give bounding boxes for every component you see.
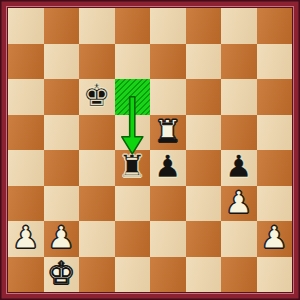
square-e8[interactable] (150, 8, 186, 44)
square-e2[interactable] (150, 221, 186, 257)
square-d7[interactable] (115, 44, 151, 80)
black-pawn-e4[interactable]: ♟ (154, 149, 182, 185)
white-pawn-g3[interactable]: ♟ (225, 185, 253, 221)
square-e3[interactable] (150, 186, 186, 222)
square-b8[interactable] (44, 8, 80, 44)
board-frame: ♚♜♜♟♟♟♟♟♟♚ (0, 0, 300, 300)
black-pawn-g4[interactable]: ♟ (225, 149, 253, 185)
square-b5[interactable] (44, 115, 80, 151)
square-c3[interactable] (79, 186, 115, 222)
square-d5[interactable] (115, 115, 151, 151)
square-f2[interactable] (186, 221, 222, 257)
square-g7[interactable] (221, 44, 257, 80)
square-g4[interactable]: ♟ (221, 150, 257, 186)
square-h4[interactable] (257, 150, 293, 186)
square-g8[interactable] (221, 8, 257, 44)
board: ♚♜♜♟♟♟♟♟♟♚ (8, 8, 292, 292)
square-a7[interactable] (8, 44, 44, 80)
square-b7[interactable] (44, 44, 80, 80)
square-d8[interactable] (115, 8, 151, 44)
square-h8[interactable] (257, 8, 293, 44)
square-f6[interactable] (186, 79, 222, 115)
square-f8[interactable] (186, 8, 222, 44)
square-g3[interactable]: ♟ (221, 186, 257, 222)
black-king-c6[interactable]: ♚ (83, 78, 111, 114)
square-f7[interactable] (186, 44, 222, 80)
square-g2[interactable] (221, 221, 257, 257)
square-e1[interactable] (150, 257, 186, 293)
square-c1[interactable] (79, 257, 115, 293)
square-b3[interactable] (44, 186, 80, 222)
square-e6[interactable] (150, 79, 186, 115)
white-pawn-b2[interactable]: ♟ (47, 220, 75, 256)
white-rook-e5[interactable]: ♜ (154, 114, 182, 150)
square-f4[interactable] (186, 150, 222, 186)
square-a5[interactable] (8, 115, 44, 151)
square-d3[interactable] (115, 186, 151, 222)
square-c8[interactable] (79, 8, 115, 44)
square-g6[interactable] (221, 79, 257, 115)
square-d6[interactable] (115, 79, 151, 115)
square-f3[interactable] (186, 186, 222, 222)
square-f1[interactable] (186, 257, 222, 293)
square-a1[interactable] (8, 257, 44, 293)
square-d4[interactable]: ♜ (115, 150, 151, 186)
square-e7[interactable] (150, 44, 186, 80)
black-rook-d4[interactable]: ♜ (118, 149, 146, 185)
square-b4[interactable] (44, 150, 80, 186)
square-d1[interactable] (115, 257, 151, 293)
square-a3[interactable] (8, 186, 44, 222)
white-king-b1[interactable]: ♚ (47, 256, 75, 292)
square-a4[interactable] (8, 150, 44, 186)
square-h1[interactable] (257, 257, 293, 293)
square-h2[interactable]: ♟ (257, 221, 293, 257)
square-h7[interactable] (257, 44, 293, 80)
square-c5[interactable] (79, 115, 115, 151)
square-g5[interactable] (221, 115, 257, 151)
square-a2[interactable]: ♟ (8, 221, 44, 257)
square-b1[interactable]: ♚ (44, 257, 80, 293)
white-pawn-a2[interactable]: ♟ (12, 220, 40, 256)
square-b2[interactable]: ♟ (44, 221, 80, 257)
square-a6[interactable] (8, 79, 44, 115)
square-g1[interactable] (221, 257, 257, 293)
square-h5[interactable] (257, 115, 293, 151)
square-c6[interactable]: ♚ (79, 79, 115, 115)
square-c4[interactable] (79, 150, 115, 186)
square-e5[interactable]: ♜ (150, 115, 186, 151)
square-f5[interactable] (186, 115, 222, 151)
square-e4[interactable]: ♟ (150, 150, 186, 186)
square-a8[interactable] (8, 8, 44, 44)
square-b6[interactable] (44, 79, 80, 115)
square-c2[interactable] (79, 221, 115, 257)
white-pawn-h2[interactable]: ♟ (260, 220, 288, 256)
square-d2[interactable] (115, 221, 151, 257)
square-h3[interactable] (257, 186, 293, 222)
square-h6[interactable] (257, 79, 293, 115)
square-c7[interactable] (79, 44, 115, 80)
